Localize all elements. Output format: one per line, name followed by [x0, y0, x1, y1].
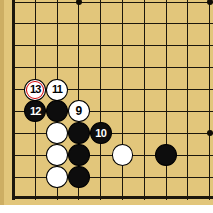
- intersection: [68, 166, 90, 188]
- move-number: 10: [95, 128, 106, 139]
- go-board[interactable]: 131112910: [0, 0, 213, 205]
- intersection: [46, 122, 68, 144]
- black-stone: [155, 144, 177, 166]
- board-grid: 131112910: [3, 0, 213, 210]
- move-number: 9: [76, 105, 83, 117]
- move-number: 12: [30, 106, 41, 117]
- intersection: [112, 144, 134, 166]
- intersection: [68, 122, 90, 144]
- white-stone: [46, 144, 68, 166]
- go-diagram: 131112910: [0, 0, 213, 213]
- intersection: [68, 144, 90, 166]
- black-stone-move-10: 10: [90, 122, 112, 144]
- black-stone: [68, 144, 90, 166]
- move-number: 11: [52, 84, 62, 95]
- intersection: 12: [24, 101, 46, 123]
- white-stone-move-9: 9: [68, 100, 90, 122]
- white-stone: [112, 144, 134, 166]
- intersection: [46, 144, 68, 166]
- intersection: 10: [90, 122, 112, 144]
- intersection: 9: [68, 101, 90, 123]
- black-stone: [68, 166, 90, 188]
- black-stone: [68, 122, 90, 144]
- intersection: [155, 144, 177, 166]
- intersection: 11: [46, 79, 68, 101]
- white-stone: [46, 122, 68, 144]
- black-stone-move-12: 12: [24, 100, 46, 122]
- black-stone: [46, 100, 68, 122]
- move-number: 13: [30, 84, 41, 95]
- white-stone-move-11: 11: [46, 79, 68, 101]
- white-stone-move-13: 13: [24, 79, 46, 101]
- intersection: [46, 166, 68, 188]
- white-stone: [46, 166, 68, 188]
- intersection: 13: [24, 79, 46, 101]
- intersection: [46, 101, 68, 123]
